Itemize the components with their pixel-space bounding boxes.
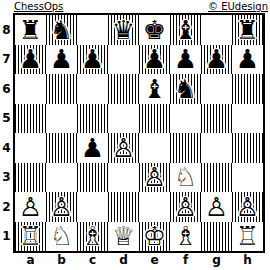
black-rook-a8: ♜ bbox=[19, 17, 42, 43]
square-e5 bbox=[139, 104, 170, 134]
white-bishop-c1: ♗ bbox=[81, 223, 104, 249]
square-a8: ♜ bbox=[15, 15, 46, 45]
square-a7: ♟ bbox=[15, 45, 46, 75]
square-e4 bbox=[139, 133, 170, 163]
square-h1: ♖ bbox=[232, 222, 263, 252]
white-pawn-f2: ♙ bbox=[174, 194, 197, 220]
square-f3: ♘ bbox=[170, 163, 201, 193]
rank-labels: 87654321 bbox=[0, 15, 13, 251]
white-pawn-e3: ♙ bbox=[143, 164, 166, 190]
square-h5 bbox=[232, 104, 263, 134]
square-h3 bbox=[232, 163, 263, 193]
square-c8 bbox=[77, 15, 108, 45]
square-g2: ♙ bbox=[201, 192, 232, 222]
black-pawn-e7: ♟ bbox=[143, 46, 166, 72]
black-pawn-c7: ♟ bbox=[81, 46, 104, 72]
square-f7: ♟ bbox=[170, 45, 201, 75]
square-a6 bbox=[15, 74, 46, 104]
square-h8: ♜ bbox=[232, 15, 263, 45]
square-a5 bbox=[15, 104, 46, 134]
white-queen-d1: ♕ bbox=[112, 223, 135, 249]
white-bishop-f1: ♗ bbox=[174, 223, 197, 249]
square-c5 bbox=[77, 104, 108, 134]
square-h7: ♟ bbox=[232, 45, 263, 75]
square-g6 bbox=[201, 74, 232, 104]
square-f4 bbox=[170, 133, 201, 163]
square-b1: ♘ bbox=[46, 222, 77, 252]
black-knight-b8: ♞ bbox=[50, 17, 73, 43]
rank-label-7: 7 bbox=[0, 45, 13, 75]
chess-board: ♜♞♛♚♝♜♟♟♟♟♟♟♟♝♞♟♙♙♘♙♙♙♙♙♖♘♗♕♔♗♖ bbox=[13, 13, 265, 253]
square-d3 bbox=[108, 163, 139, 193]
square-c2 bbox=[77, 192, 108, 222]
square-f8: ♝ bbox=[170, 15, 201, 45]
black-pawn-h7: ♟ bbox=[236, 46, 259, 72]
square-b7: ♟ bbox=[46, 45, 77, 75]
square-g1 bbox=[201, 222, 232, 252]
white-king-e1: ♔ bbox=[143, 223, 166, 249]
file-label-f: f bbox=[170, 253, 201, 267]
white-knight-b1: ♘ bbox=[50, 223, 73, 249]
white-pawn-b2: ♙ bbox=[50, 194, 73, 220]
square-e6: ♝ bbox=[139, 74, 170, 104]
black-pawn-f7: ♟ bbox=[174, 46, 197, 72]
square-d1: ♕ bbox=[108, 222, 139, 252]
white-pawn-h2: ♙ bbox=[236, 194, 259, 220]
square-c7: ♟ bbox=[77, 45, 108, 75]
black-pawn-c4: ♟ bbox=[81, 135, 104, 161]
black-bishop-f8: ♝ bbox=[174, 17, 197, 43]
square-b6 bbox=[46, 74, 77, 104]
square-c6 bbox=[77, 74, 108, 104]
eudesign-credit-link[interactable]: © EUdesign bbox=[208, 1, 268, 13]
file-labels: abcdefgh bbox=[15, 253, 263, 267]
square-a3 bbox=[15, 163, 46, 193]
square-d2 bbox=[108, 192, 139, 222]
black-pawn-a7: ♟ bbox=[19, 46, 42, 72]
square-f2: ♙ bbox=[170, 192, 201, 222]
square-a4 bbox=[15, 133, 46, 163]
file-label-c: c bbox=[77, 253, 108, 267]
white-rook-a1: ♖ bbox=[19, 223, 42, 249]
rank-label-2: 2 bbox=[0, 192, 13, 222]
chessops-site-link[interactable]: ChessOps bbox=[14, 1, 63, 13]
rank-label-5: 5 bbox=[0, 104, 13, 134]
file-label-b: b bbox=[46, 253, 77, 267]
square-b2: ♙ bbox=[46, 192, 77, 222]
square-e7: ♟ bbox=[139, 45, 170, 75]
black-bishop-e6: ♝ bbox=[143, 76, 166, 102]
square-d7 bbox=[108, 45, 139, 75]
square-g4 bbox=[201, 133, 232, 163]
square-g8 bbox=[201, 15, 232, 45]
square-d5 bbox=[108, 104, 139, 134]
black-pawn-g7: ♟ bbox=[205, 46, 228, 72]
square-a2: ♙ bbox=[15, 192, 46, 222]
square-f1: ♗ bbox=[170, 222, 201, 252]
square-f5 bbox=[170, 104, 201, 134]
black-pawn-b7: ♟ bbox=[50, 46, 73, 72]
black-rook-h8: ♜ bbox=[236, 17, 259, 43]
square-d4: ♙ bbox=[108, 133, 139, 163]
file-label-d: d bbox=[108, 253, 139, 267]
square-b3 bbox=[46, 163, 77, 193]
square-g3 bbox=[201, 163, 232, 193]
rank-label-8: 8 bbox=[0, 15, 13, 45]
square-d6 bbox=[108, 74, 139, 104]
rank-label-4: 4 bbox=[0, 133, 13, 163]
square-f6: ♞ bbox=[170, 74, 201, 104]
black-king-e8: ♚ bbox=[143, 17, 166, 43]
file-label-g: g bbox=[201, 253, 232, 267]
file-label-e: e bbox=[139, 253, 170, 267]
file-label-a: a bbox=[15, 253, 46, 267]
black-knight-f6: ♞ bbox=[174, 76, 197, 102]
white-knight-f3: ♘ bbox=[174, 164, 197, 190]
square-e1: ♔ bbox=[139, 222, 170, 252]
square-c1: ♗ bbox=[77, 222, 108, 252]
rank-label-3: 3 bbox=[0, 163, 13, 193]
square-h4 bbox=[232, 133, 263, 163]
square-b5 bbox=[46, 104, 77, 134]
square-e8: ♚ bbox=[139, 15, 170, 45]
rank-label-6: 6 bbox=[0, 74, 13, 104]
square-b8: ♞ bbox=[46, 15, 77, 45]
square-h6 bbox=[232, 74, 263, 104]
square-c4: ♟ bbox=[77, 133, 108, 163]
white-rook-h1: ♖ bbox=[236, 223, 259, 249]
black-queen-d8: ♛ bbox=[112, 17, 135, 43]
square-e2 bbox=[139, 192, 170, 222]
square-b4 bbox=[46, 133, 77, 163]
rank-label-1: 1 bbox=[0, 222, 13, 252]
square-d8: ♛ bbox=[108, 15, 139, 45]
square-e3: ♙ bbox=[139, 163, 170, 193]
file-label-h: h bbox=[232, 253, 263, 267]
white-pawn-g2: ♙ bbox=[205, 194, 228, 220]
square-a1: ♖ bbox=[15, 222, 46, 252]
square-g5 bbox=[201, 104, 232, 134]
white-pawn-d4: ♙ bbox=[112, 135, 135, 161]
square-c3 bbox=[77, 163, 108, 193]
square-g7: ♟ bbox=[201, 45, 232, 75]
white-pawn-a2: ♙ bbox=[19, 194, 42, 220]
square-h2: ♙ bbox=[232, 192, 263, 222]
